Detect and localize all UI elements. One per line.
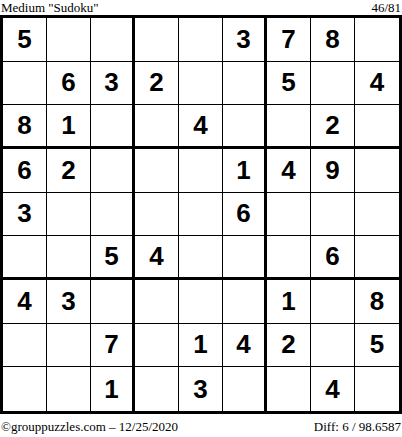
cell-r1c6[interactable]: 3	[223, 18, 267, 62]
cell-r8c1[interactable]	[3, 324, 47, 368]
cell-r9c5[interactable]: 3	[179, 367, 223, 411]
cell-r4c5[interactable]	[179, 149, 223, 193]
cell-r2c7[interactable]: 5	[267, 62, 311, 106]
cell-r8c8[interactable]	[311, 324, 355, 368]
cell-r7c3[interactable]	[91, 280, 135, 324]
cell-r9c6[interactable]	[223, 367, 267, 411]
cell-r8c5[interactable]: 1	[179, 324, 223, 368]
cell-r2c1[interactable]	[3, 62, 47, 106]
sudoku-page: Medium "Sudoku" 46/81 537863254814262149…	[0, 0, 402, 437]
cell-r9c9[interactable]	[355, 367, 399, 411]
cell-r3c9[interactable]	[355, 105, 399, 149]
cell-r6c3[interactable]: 5	[91, 236, 135, 280]
footer: ©grouppuzzles.com – 12/25/2020 Diff: 6 /…	[0, 414, 402, 437]
cell-r2c5[interactable]	[179, 62, 223, 106]
cell-r5c9[interactable]	[355, 193, 399, 237]
cell-r9c1[interactable]	[3, 367, 47, 411]
cell-r4c3[interactable]	[91, 149, 135, 193]
cell-r6c5[interactable]	[179, 236, 223, 280]
cell-r8c7[interactable]: 2	[267, 324, 311, 368]
cell-r2c9[interactable]: 4	[355, 62, 399, 106]
cell-r6c2[interactable]	[47, 236, 91, 280]
cell-r7c1[interactable]: 4	[3, 280, 47, 324]
cell-r7c4[interactable]	[135, 280, 179, 324]
cell-r8c9[interactable]: 5	[355, 324, 399, 368]
cell-r2c2[interactable]: 6	[47, 62, 91, 106]
cell-r4c1[interactable]: 6	[3, 149, 47, 193]
cell-r2c3[interactable]: 3	[91, 62, 135, 106]
cell-r2c6[interactable]	[223, 62, 267, 106]
empty-cell-counter: 46/81	[371, 1, 401, 15]
cell-r5c8[interactable]	[311, 193, 355, 237]
cell-r6c7[interactable]	[267, 236, 311, 280]
copyright-text: ©grouppuzzles.com – 12/25/2020	[1, 419, 178, 435]
cell-r6c4[interactable]: 4	[135, 236, 179, 280]
cell-r5c4[interactable]	[135, 193, 179, 237]
cell-r1c1[interactable]: 5	[3, 18, 47, 62]
cell-r4c7[interactable]: 4	[267, 149, 311, 193]
cell-r8c2[interactable]	[47, 324, 91, 368]
cell-r5c6[interactable]: 6	[223, 193, 267, 237]
cell-r9c2[interactable]	[47, 367, 91, 411]
cell-r3c3[interactable]	[91, 105, 135, 149]
cell-r7c8[interactable]	[311, 280, 355, 324]
cell-r7c6[interactable]	[223, 280, 267, 324]
cell-r7c9[interactable]: 8	[355, 280, 399, 324]
cell-r4c2[interactable]: 2	[47, 149, 91, 193]
cell-r9c3[interactable]: 1	[91, 367, 135, 411]
cell-r2c4[interactable]: 2	[135, 62, 179, 106]
sudoku-board: 53786325481426214936546431871425134	[0, 15, 402, 414]
cell-r2c8[interactable]	[311, 62, 355, 106]
cell-r6c6[interactable]	[223, 236, 267, 280]
puzzle-title: Medium "Sudoku"	[1, 1, 99, 15]
cell-r7c7[interactable]: 1	[267, 280, 311, 324]
cell-r3c2[interactable]: 1	[47, 105, 91, 149]
difficulty-text: Diff: 6 / 98.6587	[314, 419, 401, 435]
cell-r3c8[interactable]: 2	[311, 105, 355, 149]
cell-r1c7[interactable]: 7	[267, 18, 311, 62]
cell-r3c6[interactable]	[223, 105, 267, 149]
cell-r4c4[interactable]	[135, 149, 179, 193]
cell-r5c5[interactable]	[179, 193, 223, 237]
cell-r9c8[interactable]: 4	[311, 367, 355, 411]
cell-r8c4[interactable]	[135, 324, 179, 368]
cell-r5c1[interactable]: 3	[3, 193, 47, 237]
header: Medium "Sudoku" 46/81	[0, 0, 402, 15]
cell-r3c1[interactable]: 8	[3, 105, 47, 149]
cell-r1c3[interactable]	[91, 18, 135, 62]
cell-r3c7[interactable]	[267, 105, 311, 149]
cell-r1c4[interactable]	[135, 18, 179, 62]
cell-r7c5[interactable]	[179, 280, 223, 324]
cell-r4c6[interactable]: 1	[223, 149, 267, 193]
cell-r4c8[interactable]: 9	[311, 149, 355, 193]
cell-r5c2[interactable]	[47, 193, 91, 237]
cell-r3c5[interactable]: 4	[179, 105, 223, 149]
cell-r1c2[interactable]	[47, 18, 91, 62]
cell-r4c9[interactable]	[355, 149, 399, 193]
cell-r8c6[interactable]: 4	[223, 324, 267, 368]
cell-r5c7[interactable]	[267, 193, 311, 237]
cell-r1c5[interactable]	[179, 18, 223, 62]
cell-r9c4[interactable]	[135, 367, 179, 411]
cell-r6c1[interactable]	[3, 236, 47, 280]
cell-r6c8[interactable]: 6	[311, 236, 355, 280]
cell-r8c3[interactable]: 7	[91, 324, 135, 368]
cell-r5c3[interactable]	[91, 193, 135, 237]
cell-r3c4[interactable]	[135, 105, 179, 149]
cell-r1c9[interactable]	[355, 18, 399, 62]
cell-r1c8[interactable]: 8	[311, 18, 355, 62]
cell-r6c9[interactable]	[355, 236, 399, 280]
cell-r9c7[interactable]	[267, 367, 311, 411]
cell-r7c2[interactable]: 3	[47, 280, 91, 324]
